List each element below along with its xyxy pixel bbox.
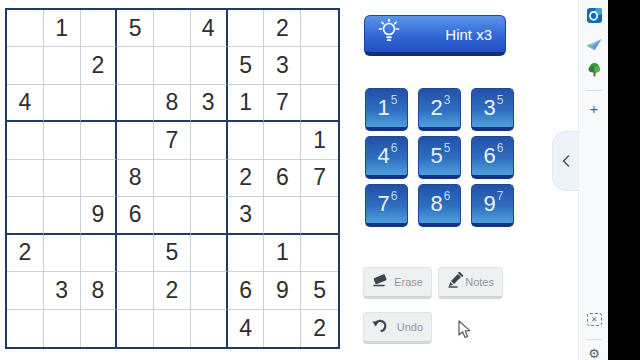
cell-r7c1[interactable]: 2 <box>7 235 44 272</box>
cell-r8c4[interactable] <box>117 272 154 309</box>
numpad-button-3[interactable]: 35 <box>471 88 514 131</box>
cell-r5c6[interactable] <box>191 160 228 197</box>
sudoku-board: 15422534831771826796325138269542 <box>5 8 340 349</box>
numpad-digit: 4 <box>378 145 390 167</box>
cell-r8c1[interactable] <box>7 272 44 309</box>
cell-r8c3[interactable]: 8 <box>81 272 118 309</box>
numpad-button-8[interactable]: 86 <box>418 184 461 227</box>
cell-r8c9[interactable]: 5 <box>301 272 338 309</box>
screen-edge-black-bar <box>608 0 640 360</box>
chevron-left-icon <box>561 154 571 168</box>
cell-r5c5[interactable] <box>154 160 191 197</box>
cell-r9c6[interactable] <box>191 310 228 347</box>
cell-r2c9[interactable] <box>301 47 338 84</box>
cell-r1c3[interactable] <box>81 10 118 47</box>
numpad-remaining-count: 7 <box>497 190 504 202</box>
cell-r1c4[interactable]: 5 <box>117 10 154 47</box>
numpad-digit: 8 <box>431 193 443 215</box>
cell-r3c8[interactable]: 7 <box>264 85 301 122</box>
cell-r2c5[interactable] <box>154 47 191 84</box>
tree-icon[interactable] <box>579 62 609 78</box>
cell-r2c8[interactable]: 3 <box>264 47 301 84</box>
cell-r3c5[interactable]: 8 <box>154 85 191 122</box>
cell-r3c6[interactable]: 3 <box>191 85 228 122</box>
cell-r2c7[interactable]: 5 <box>228 47 265 84</box>
cell-r9c8[interactable] <box>264 310 301 347</box>
undo-button[interactable]: Undo <box>363 312 432 344</box>
cell-r2c1[interactable] <box>7 47 44 84</box>
cell-r7c9[interactable] <box>301 235 338 272</box>
cell-r3c9[interactable] <box>301 85 338 122</box>
cell-r2c3[interactable]: 2 <box>81 47 118 84</box>
cell-r4c7[interactable] <box>228 122 265 159</box>
numpad-digit: 5 <box>431 145 443 167</box>
cell-r2c6[interactable] <box>191 47 228 84</box>
cell-r8c5[interactable]: 2 <box>154 272 191 309</box>
cell-r3c7[interactable]: 1 <box>228 85 265 122</box>
cell-r6c3[interactable]: 9 <box>81 197 118 234</box>
cell-r8c7[interactable]: 6 <box>228 272 265 309</box>
cell-r1c2[interactable]: 1 <box>44 10 81 47</box>
pencil-icon <box>446 272 464 292</box>
cell-r4c1[interactable] <box>7 122 44 159</box>
numpad-remaining-count: 6 <box>391 142 398 154</box>
eraser-icon <box>371 272 389 292</box>
cell-r1c8[interactable]: 2 <box>264 10 301 47</box>
cell-r5c3[interactable] <box>81 160 118 197</box>
numpad-button-2[interactable]: 23 <box>418 88 461 131</box>
erase-label: Erase <box>394 276 423 288</box>
cell-r1c7[interactable] <box>228 10 265 47</box>
cell-r9c9[interactable]: 2 <box>301 310 338 347</box>
numpad-remaining-count: 6 <box>391 190 398 202</box>
cell-r7c2[interactable] <box>44 235 81 272</box>
numpad-digit: 1 <box>378 97 390 119</box>
mouse-cursor <box>458 320 471 343</box>
cell-r3c1[interactable]: 4 <box>7 85 44 122</box>
cell-r7c7[interactable] <box>228 235 265 272</box>
cell-r8c8[interactable]: 9 <box>264 272 301 309</box>
cell-r9c2[interactable] <box>44 310 81 347</box>
cell-r6c2[interactable] <box>44 197 81 234</box>
hint-label: Hint x3 <box>445 26 492 43</box>
numpad-digit: 6 <box>484 145 496 167</box>
cell-r5c2[interactable] <box>44 160 81 197</box>
lightbulb-icon <box>377 18 401 50</box>
notes-button[interactable]: Notes <box>438 267 503 299</box>
cell-r9c3[interactable] <box>81 310 118 347</box>
cell-r6c5[interactable] <box>154 197 191 234</box>
numpad-digit: 9 <box>484 193 496 215</box>
numpad-remaining-count: 5 <box>391 94 398 106</box>
cell-r8c6[interactable] <box>191 272 228 309</box>
numpad-remaining-count: 6 <box>497 142 504 154</box>
cell-r5c4[interactable]: 8 <box>117 160 154 197</box>
cell-r7c3[interactable] <box>81 235 118 272</box>
settings-gear-icon[interactable]: ⚙ <box>579 346 609 360</box>
cell-r5c8[interactable]: 6 <box>264 160 301 197</box>
numpad-button-7[interactable]: 76 <box>365 184 408 227</box>
cell-r6c6[interactable] <box>191 197 228 234</box>
sidebar-collapse-button[interactable] <box>552 131 579 191</box>
numpad-button-4[interactable]: 46 <box>365 136 408 179</box>
numpad-remaining-count: 5 <box>444 142 451 154</box>
cell-r4c9[interactable]: 1 <box>301 122 338 159</box>
cell-r1c5[interactable] <box>154 10 191 47</box>
numpad-remaining-count: 6 <box>444 190 451 202</box>
cell-r5c7[interactable]: 2 <box>228 160 265 197</box>
cell-r4c8[interactable] <box>264 122 301 159</box>
cell-r7c6[interactable] <box>191 235 228 272</box>
numpad-remaining-count: 5 <box>497 94 504 106</box>
edge-sidebar: + ✕ ⚙ <box>578 0 608 360</box>
cell-r4c4[interactable] <box>117 122 154 159</box>
sidebar-divider <box>586 90 602 91</box>
cell-r1c9[interactable] <box>301 10 338 47</box>
cell-r5c1[interactable] <box>7 160 44 197</box>
add-icon[interactable]: + <box>579 100 609 117</box>
customize-icon[interactable]: ✕ <box>579 313 609 326</box>
erase-button[interactable]: Erase <box>363 267 432 299</box>
cell-r6c8[interactable] <box>264 197 301 234</box>
cell-r3c2[interactable] <box>44 85 81 122</box>
cell-r1c1[interactable] <box>7 10 44 47</box>
numpad-digit: 2 <box>431 97 443 119</box>
hint-button[interactable]: Hint x3 <box>364 15 506 56</box>
numpad-button-9[interactable]: 97 <box>471 184 514 227</box>
undo-arrow-icon <box>371 317 389 337</box>
outlook-icon[interactable] <box>579 8 609 23</box>
cell-r4c5[interactable]: 7 <box>154 122 191 159</box>
cell-r7c5[interactable]: 5 <box>154 235 191 272</box>
cell-r2c2[interactable] <box>44 47 81 84</box>
cell-r9c7[interactable]: 4 <box>228 310 265 347</box>
cell-r6c7[interactable]: 3 <box>228 197 265 234</box>
notes-label: Notes <box>465 276 494 288</box>
numpad-button-1[interactable]: 15 <box>365 88 408 131</box>
cell-r9c1[interactable] <box>7 310 44 347</box>
numpad-digit: 3 <box>484 97 496 119</box>
paper-plane-icon[interactable] <box>579 38 609 52</box>
cell-r1c6[interactable]: 4 <box>191 10 228 47</box>
cell-r4c3[interactable] <box>81 122 118 159</box>
sidebar-divider <box>586 339 602 340</box>
cell-r6c4[interactable]: 6 <box>117 197 154 234</box>
cell-r3c3[interactable] <box>81 85 118 122</box>
cell-r5c9[interactable]: 7 <box>301 160 338 197</box>
numpad-button-6[interactable]: 66 <box>471 136 514 179</box>
cell-r6c9[interactable] <box>301 197 338 234</box>
numpad-button-5[interactable]: 55 <box>418 136 461 179</box>
cell-r7c4[interactable] <box>117 235 154 272</box>
cell-r6c1[interactable] <box>7 197 44 234</box>
cell-r9c4[interactable] <box>117 310 154 347</box>
cell-r7c8[interactable]: 1 <box>264 235 301 272</box>
cell-r4c6[interactable] <box>191 122 228 159</box>
numpad-digit: 7 <box>378 193 390 215</box>
cell-r2c4[interactable] <box>117 47 154 84</box>
numpad-remaining-count: 3 <box>444 94 451 106</box>
cell-r9c5[interactable] <box>154 310 191 347</box>
number-pad: 152335465566768697 <box>365 88 514 227</box>
cell-r8c2[interactable]: 3 <box>44 272 81 309</box>
undo-label: Undo <box>397 321 423 333</box>
cell-r4c2[interactable] <box>44 122 81 159</box>
cell-r3c4[interactable] <box>117 85 154 122</box>
